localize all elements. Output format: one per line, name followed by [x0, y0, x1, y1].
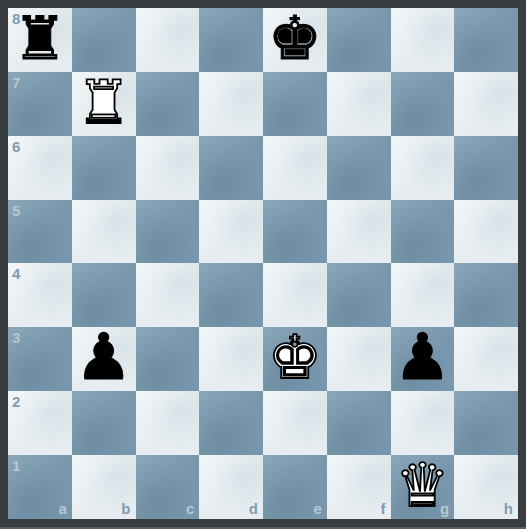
- rank-label-3: 3: [12, 330, 20, 345]
- chess-board: 8♜♚7♜6543♟♚♟21abcdefg♛h: [8, 8, 518, 519]
- square-d4[interactable]: [199, 263, 263, 327]
- square-d1[interactable]: d: [199, 455, 263, 519]
- square-a7[interactable]: 7: [8, 72, 72, 136]
- piece-white-queen[interactable]: ♛: [395, 455, 449, 515]
- square-f2[interactable]: [327, 391, 391, 455]
- square-c4[interactable]: [136, 263, 200, 327]
- square-h6[interactable]: [454, 136, 518, 200]
- rank-label-5: 5: [12, 203, 20, 218]
- square-a4[interactable]: 4: [8, 263, 72, 327]
- file-label-d: d: [249, 501, 258, 516]
- square-c3[interactable]: [136, 327, 200, 391]
- square-g3[interactable]: ♟: [391, 327, 455, 391]
- square-h7[interactable]: [454, 72, 518, 136]
- square-b1[interactable]: b: [72, 455, 136, 519]
- square-c2[interactable]: [136, 391, 200, 455]
- square-c8[interactable]: [136, 8, 200, 72]
- square-g6[interactable]: [391, 136, 455, 200]
- file-label-c: c: [186, 501, 194, 516]
- piece-black-rook[interactable]: ♜: [13, 8, 67, 68]
- square-b3[interactable]: ♟: [72, 327, 136, 391]
- square-h8[interactable]: [454, 8, 518, 72]
- square-h1[interactable]: h: [454, 455, 518, 519]
- square-g2[interactable]: [391, 391, 455, 455]
- rank-label-1: 1: [12, 458, 20, 473]
- square-e7[interactable]: [263, 72, 327, 136]
- square-f6[interactable]: [327, 136, 391, 200]
- piece-white-king[interactable]: ♚: [268, 327, 322, 387]
- file-label-b: b: [121, 501, 130, 516]
- square-a8[interactable]: 8♜: [8, 8, 72, 72]
- square-a5[interactable]: 5: [8, 200, 72, 264]
- square-h5[interactable]: [454, 200, 518, 264]
- square-e1[interactable]: e: [263, 455, 327, 519]
- square-d5[interactable]: [199, 200, 263, 264]
- square-h3[interactable]: [454, 327, 518, 391]
- square-d7[interactable]: [199, 72, 263, 136]
- piece-black-king[interactable]: ♚: [268, 8, 322, 68]
- square-d2[interactable]: [199, 391, 263, 455]
- square-f1[interactable]: f: [327, 455, 391, 519]
- square-e4[interactable]: [263, 263, 327, 327]
- square-g7[interactable]: [391, 72, 455, 136]
- square-g1[interactable]: g♛: [391, 455, 455, 519]
- piece-black-pawn[interactable]: ♟: [394, 325, 451, 389]
- square-a3[interactable]: 3: [8, 327, 72, 391]
- square-e8[interactable]: ♚: [263, 8, 327, 72]
- square-c6[interactable]: [136, 136, 200, 200]
- square-h2[interactable]: [454, 391, 518, 455]
- square-e6[interactable]: [263, 136, 327, 200]
- square-a2[interactable]: 2: [8, 391, 72, 455]
- square-e2[interactable]: [263, 391, 327, 455]
- square-d3[interactable]: [199, 327, 263, 391]
- square-g4[interactable]: [391, 263, 455, 327]
- file-label-h: h: [504, 501, 513, 516]
- file-label-a: a: [58, 501, 66, 516]
- square-b8[interactable]: [72, 8, 136, 72]
- square-e5[interactable]: [263, 200, 327, 264]
- rank-label-4: 4: [12, 266, 20, 281]
- rank-label-2: 2: [12, 394, 20, 409]
- square-f7[interactable]: [327, 72, 391, 136]
- square-h4[interactable]: [454, 263, 518, 327]
- square-c7[interactable]: [136, 72, 200, 136]
- square-f4[interactable]: [327, 263, 391, 327]
- square-f3[interactable]: [327, 327, 391, 391]
- square-g8[interactable]: [391, 8, 455, 72]
- square-b2[interactable]: [72, 391, 136, 455]
- file-label-f: f: [381, 501, 386, 516]
- board-frame: 8♜♚7♜6543♟♚♟21abcdefg♛h: [0, 0, 526, 529]
- piece-white-rook[interactable]: ♜: [77, 72, 131, 132]
- file-label-e: e: [313, 501, 321, 516]
- square-b5[interactable]: [72, 200, 136, 264]
- square-g5[interactable]: [391, 200, 455, 264]
- rank-label-6: 6: [12, 139, 20, 154]
- square-a1[interactable]: 1a: [8, 455, 72, 519]
- square-e3[interactable]: ♚: [263, 327, 327, 391]
- square-b7[interactable]: ♜: [72, 72, 136, 136]
- square-d8[interactable]: [199, 8, 263, 72]
- square-f8[interactable]: [327, 8, 391, 72]
- piece-black-pawn[interactable]: ♟: [75, 325, 132, 389]
- square-d6[interactable]: [199, 136, 263, 200]
- square-f5[interactable]: [327, 200, 391, 264]
- square-c1[interactable]: c: [136, 455, 200, 519]
- square-b4[interactable]: [72, 263, 136, 327]
- square-c5[interactable]: [136, 200, 200, 264]
- square-a6[interactable]: 6: [8, 136, 72, 200]
- square-b6[interactable]: [72, 136, 136, 200]
- rank-label-7: 7: [12, 75, 20, 90]
